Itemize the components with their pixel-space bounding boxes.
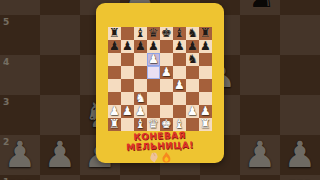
fire-icon: [161, 152, 171, 163]
black-pawn[interactable]: ♟: [122, 40, 133, 53]
square-d3[interactable]: [147, 92, 160, 105]
white-rook[interactable]: ♜: [109, 118, 120, 131]
white-queen[interactable]: ♛: [148, 118, 159, 131]
square-g5[interactable]: [186, 66, 199, 79]
white-king[interactable]: ♚: [161, 118, 172, 131]
black-pawn[interactable]: ♟: [135, 40, 146, 53]
square-a5[interactable]: [108, 66, 121, 79]
square-g4[interactable]: [186, 79, 199, 92]
square-d5[interactable]: [147, 66, 160, 79]
square-c5[interactable]: [134, 66, 147, 79]
square-e7[interactable]: [160, 40, 173, 53]
black-pawn[interactable]: ♟: [174, 40, 185, 53]
white-pawn[interactable]: ♟: [161, 66, 172, 79]
white-pawn[interactable]: ♟: [148, 53, 159, 66]
white-pawn[interactable]: ♟: [174, 79, 185, 92]
square-h7[interactable]: ♟: [199, 40, 212, 53]
square-d6[interactable]: ♟: [147, 53, 160, 66]
square-h6[interactable]: [199, 53, 212, 66]
caption: КОНЕВАЯ МЕЛЬНИЦА!: [95, 129, 224, 165]
video-frame: ♜♝♛♚♝♞♜♟♟♟♟♟♟♟♟♞5♟4♟3♞2♟♟♟♟♟1♜♝♛♚♝♜ ♜♝♛♚…: [0, 0, 320, 180]
square-f3[interactable]: [173, 92, 186, 105]
black-pawn[interactable]: ♟: [200, 40, 211, 53]
square-b4[interactable]: [121, 79, 134, 92]
square-f7[interactable]: ♟: [173, 40, 186, 53]
square-f4[interactable]: ♟: [173, 79, 186, 92]
white-pawn[interactable]: ♟: [187, 105, 198, 118]
square-b6[interactable]: [121, 53, 134, 66]
square-a6[interactable]: [108, 53, 121, 66]
square-c7[interactable]: ♟: [134, 40, 147, 53]
square-b1[interactable]: [121, 118, 134, 131]
square-b5[interactable]: [121, 66, 134, 79]
white-bishop[interactable]: ♝: [174, 118, 185, 131]
white-bishop[interactable]: ♝: [135, 118, 146, 131]
black-king[interactable]: ♚: [161, 27, 172, 40]
square-e5[interactable]: ♟: [160, 66, 173, 79]
square-g6[interactable]: ♞: [186, 53, 199, 66]
square-e1[interactable]: ♚: [160, 118, 173, 131]
square-e4[interactable]: [160, 79, 173, 92]
square-a4[interactable]: [108, 79, 121, 92]
square-e3[interactable]: [160, 92, 173, 105]
white-pawn[interactable]: ♟: [122, 105, 133, 118]
chess-board: ♜♝♛♚♝♞♜♟♟♟♟♟♟♟♟♞♟♟♞♟♟♟♟♟♜♝♛♚♝♜: [108, 27, 212, 131]
square-c6[interactable]: [134, 53, 147, 66]
chess-card: ♜♝♛♚♝♞♜♟♟♟♟♟♟♟♟♞♟♟♞♟♟♟♟♟♜♝♛♚♝♜ КОНЕВАЯ М…: [96, 3, 224, 163]
square-d4[interactable]: [147, 79, 160, 92]
square-a7[interactable]: ♟: [108, 40, 121, 53]
pinched-fingers-icon: [149, 152, 159, 163]
square-f6[interactable]: [173, 53, 186, 66]
square-g2[interactable]: ♟: [186, 105, 199, 118]
square-h4[interactable]: [199, 79, 212, 92]
square-c1[interactable]: ♝: [134, 118, 147, 131]
square-f1[interactable]: ♝: [173, 118, 186, 131]
square-h5[interactable]: [199, 66, 212, 79]
square-d1[interactable]: ♛: [147, 118, 160, 131]
square-b2[interactable]: ♟: [121, 105, 134, 118]
black-knight[interactable]: ♞: [187, 53, 198, 66]
black-pawn[interactable]: ♟: [109, 40, 120, 53]
square-e8[interactable]: ♚: [160, 27, 173, 40]
square-a1[interactable]: ♜: [108, 118, 121, 131]
square-b7[interactable]: ♟: [121, 40, 134, 53]
